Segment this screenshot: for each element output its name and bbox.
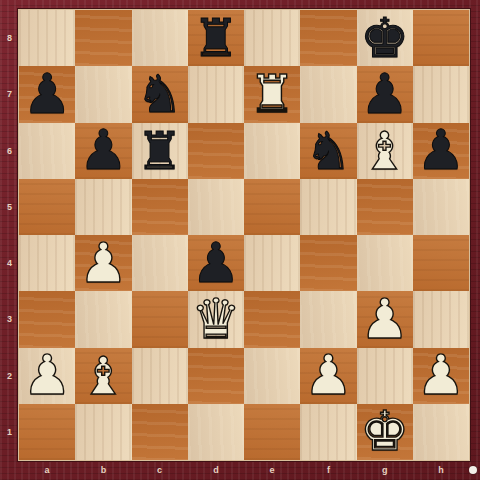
square-e5[interactable]	[244, 179, 300, 235]
square-f7[interactable]	[300, 66, 356, 122]
square-e1[interactable]	[244, 404, 300, 460]
piece-white-pawn[interactable]: ♟	[300, 348, 356, 404]
square-e3[interactable]	[244, 291, 300, 347]
piece-white-rook[interactable]: ♜	[244, 66, 300, 122]
piece-black-pawn[interactable]: ♟	[188, 235, 244, 291]
file-label-g: g	[357, 460, 413, 480]
square-g7[interactable]: ♟	[357, 66, 413, 122]
piece-white-pawn[interactable]: ♟	[19, 348, 75, 404]
piece-white-queen[interactable]: ♛	[188, 291, 244, 347]
square-g6[interactable]: ♝	[357, 123, 413, 179]
rank-label-6: 6	[0, 123, 19, 179]
piece-white-pawn[interactable]: ♟	[357, 291, 413, 347]
file-label-h: h	[413, 460, 469, 480]
file-label-e: e	[244, 460, 300, 480]
file-label-f: f	[300, 460, 356, 480]
square-f1[interactable]	[300, 404, 356, 460]
square-c8[interactable]	[132, 10, 188, 66]
piece-black-knight[interactable]: ♞	[300, 123, 356, 179]
piece-black-rook[interactable]: ♜	[132, 123, 188, 179]
square-f3[interactable]	[300, 291, 356, 347]
square-g8[interactable]: ♚	[357, 10, 413, 66]
square-h7[interactable]	[413, 66, 469, 122]
square-g1[interactable]: ♚	[357, 404, 413, 460]
square-e6[interactable]	[244, 123, 300, 179]
square-e8[interactable]	[244, 10, 300, 66]
square-f5[interactable]	[300, 179, 356, 235]
file-label-b: b	[75, 460, 131, 480]
piece-black-king[interactable]: ♚	[357, 10, 413, 66]
square-g2[interactable]	[357, 348, 413, 404]
piece-white-king[interactable]: ♚	[357, 404, 413, 460]
square-f2[interactable]: ♟	[300, 348, 356, 404]
rank-label-8: 8	[0, 10, 19, 66]
square-b3[interactable]	[75, 291, 131, 347]
square-f8[interactable]	[300, 10, 356, 66]
square-g5[interactable]	[357, 179, 413, 235]
square-d7[interactable]	[188, 66, 244, 122]
square-d3[interactable]: ♛	[188, 291, 244, 347]
chess-board: ♜♚♟♞♜♟♟♜♞♝♟♟♟♛♟♟♝♟♟♚	[19, 10, 469, 460]
square-c7[interactable]: ♞	[132, 66, 188, 122]
square-a5[interactable]	[19, 179, 75, 235]
square-g3[interactable]: ♟	[357, 291, 413, 347]
square-e2[interactable]	[244, 348, 300, 404]
square-c2[interactable]	[132, 348, 188, 404]
square-a4[interactable]	[19, 235, 75, 291]
piece-white-bishop[interactable]: ♝	[357, 123, 413, 179]
piece-black-pawn[interactable]: ♟	[75, 123, 131, 179]
square-b5[interactable]	[75, 179, 131, 235]
file-label-a: a	[19, 460, 75, 480]
rank-label-3: 3	[0, 291, 19, 347]
piece-black-pawn[interactable]: ♟	[19, 66, 75, 122]
square-h6[interactable]: ♟	[413, 123, 469, 179]
square-a8[interactable]	[19, 10, 75, 66]
piece-white-bishop[interactable]: ♝	[75, 348, 131, 404]
square-d8[interactable]: ♜	[188, 10, 244, 66]
rank-labels: 87654321	[0, 10, 19, 460]
side-to-move-indicator	[469, 466, 477, 474]
square-a3[interactable]	[19, 291, 75, 347]
square-b7[interactable]	[75, 66, 131, 122]
square-d5[interactable]	[188, 179, 244, 235]
rank-label-2: 2	[0, 348, 19, 404]
file-label-c: c	[132, 460, 188, 480]
square-g4[interactable]	[357, 235, 413, 291]
piece-black-pawn[interactable]: ♟	[357, 66, 413, 122]
piece-black-pawn[interactable]: ♟	[413, 123, 469, 179]
square-a7[interactable]: ♟	[19, 66, 75, 122]
piece-black-rook[interactable]: ♜	[188, 10, 244, 66]
square-e7[interactable]: ♜	[244, 66, 300, 122]
square-d6[interactable]	[188, 123, 244, 179]
square-f6[interactable]: ♞	[300, 123, 356, 179]
square-b6[interactable]: ♟	[75, 123, 131, 179]
piece-black-knight[interactable]: ♞	[132, 66, 188, 122]
square-e4[interactable]	[244, 235, 300, 291]
file-labels: abcdefgh	[19, 460, 469, 480]
square-b1[interactable]	[75, 404, 131, 460]
piece-white-pawn[interactable]: ♟	[75, 235, 131, 291]
square-h5[interactable]	[413, 179, 469, 235]
rank-label-4: 4	[0, 235, 19, 291]
square-c6[interactable]: ♜	[132, 123, 188, 179]
file-label-d: d	[188, 460, 244, 480]
square-d1[interactable]	[188, 404, 244, 460]
square-c4[interactable]	[132, 235, 188, 291]
square-d4[interactable]: ♟	[188, 235, 244, 291]
square-h4[interactable]	[413, 235, 469, 291]
square-h2[interactable]: ♟	[413, 348, 469, 404]
square-d2[interactable]	[188, 348, 244, 404]
rank-label-7: 7	[0, 66, 19, 122]
square-b2[interactable]: ♝	[75, 348, 131, 404]
square-h8[interactable]	[413, 10, 469, 66]
piece-white-pawn[interactable]: ♟	[413, 348, 469, 404]
rank-label-5: 5	[0, 179, 19, 235]
square-a1[interactable]	[19, 404, 75, 460]
square-h3[interactable]	[413, 291, 469, 347]
square-c5[interactable]	[132, 179, 188, 235]
square-b8[interactable]	[75, 10, 131, 66]
square-c3[interactable]	[132, 291, 188, 347]
square-a6[interactable]	[19, 123, 75, 179]
square-f4[interactable]	[300, 235, 356, 291]
chess-board-frame: ♜♚♟♞♜♟♟♜♞♝♟♟♟♛♟♟♝♟♟♚ 87654321 abcdefgh	[0, 0, 480, 480]
square-a2[interactable]: ♟	[19, 348, 75, 404]
square-h1[interactable]	[413, 404, 469, 460]
square-c1[interactable]	[132, 404, 188, 460]
rank-label-1: 1	[0, 404, 19, 460]
square-b4[interactable]: ♟	[75, 235, 131, 291]
